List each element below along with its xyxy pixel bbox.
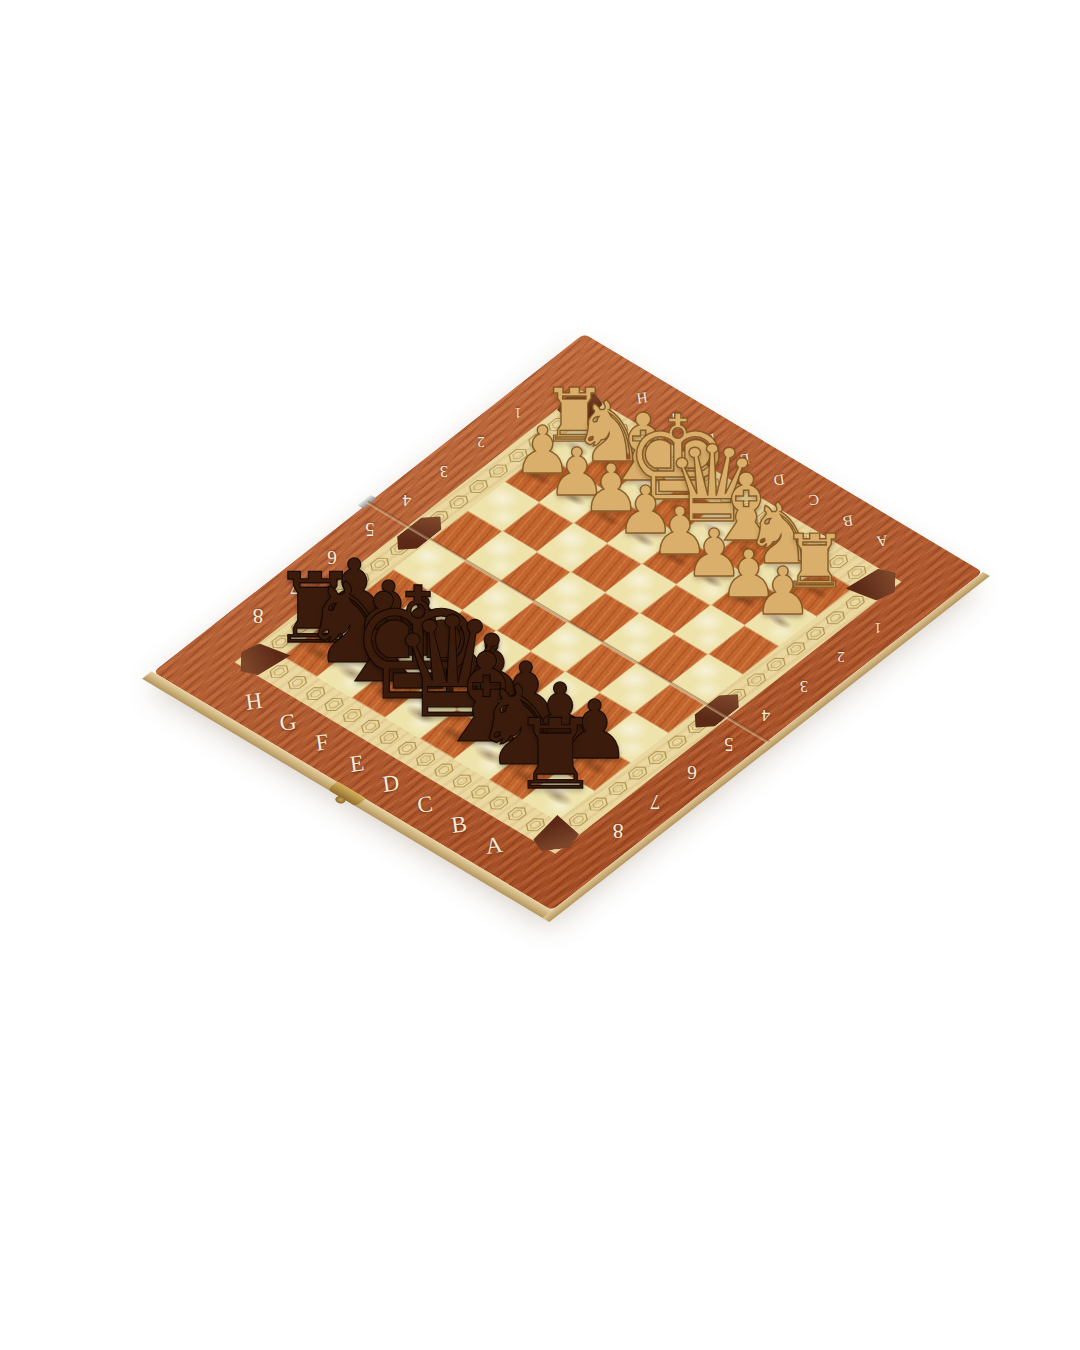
coordinate-label-3: 3 (774, 676, 834, 695)
coordinate-label-4: 4 (736, 705, 796, 725)
piece-wp-a2[interactable]: ♟ (703, 559, 863, 625)
piece-br-a8[interactable]: ♜ (475, 706, 635, 803)
coordinate-label-5: 5 (340, 518, 400, 539)
coordinate-label-8: 8 (588, 818, 648, 843)
coordinate-label-5: 5 (699, 733, 759, 754)
coordinate-label-4: 4 (377, 490, 437, 510)
coordinate-label-2: 2 (811, 648, 871, 665)
product-photo: HHGGFFEEDDCCBBAA1122334455667788♜♞♝♛♚♝♞♜… (0, 0, 1080, 1350)
